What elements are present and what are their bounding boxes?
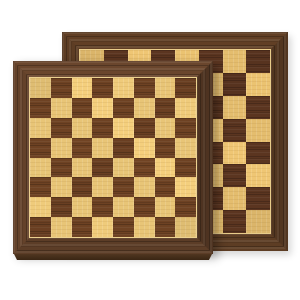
board-playfield <box>29 77 197 238</box>
square-c1 <box>72 217 93 237</box>
square-h2 <box>246 187 270 210</box>
square-g4 <box>155 158 176 178</box>
square-h5 <box>246 119 270 142</box>
square-g6 <box>223 96 247 119</box>
square-a8 <box>30 78 51 98</box>
board-frame <box>13 61 213 254</box>
square-c5 <box>72 138 93 158</box>
square-a7 <box>30 98 51 118</box>
square-a5 <box>30 138 51 158</box>
square-b6 <box>51 118 72 138</box>
square-h5 <box>175 138 196 158</box>
square-d6 <box>92 118 113 138</box>
frame-top <box>62 32 288 50</box>
square-h3 <box>246 164 270 187</box>
square-h8 <box>175 78 196 98</box>
square-e6 <box>113 118 134 138</box>
square-b2 <box>51 197 72 217</box>
square-d5 <box>92 138 113 158</box>
square-b8 <box>51 78 72 98</box>
square-f5 <box>134 138 155 158</box>
square-g2 <box>155 197 176 217</box>
square-g7 <box>155 98 176 118</box>
square-e1 <box>113 217 134 237</box>
square-d3 <box>92 177 113 197</box>
frame-right <box>196 61 213 254</box>
square-h2 <box>175 197 196 217</box>
square-g3 <box>223 164 247 187</box>
square-d7 <box>92 98 113 118</box>
square-h8 <box>246 50 270 73</box>
square-a1 <box>30 217 51 237</box>
square-d8 <box>92 78 113 98</box>
square-d4 <box>92 158 113 178</box>
square-e5 <box>113 138 134 158</box>
square-f6 <box>134 118 155 138</box>
square-c8 <box>72 78 93 98</box>
square-g5 <box>155 138 176 158</box>
square-f8 <box>134 78 155 98</box>
square-f2 <box>134 197 155 217</box>
square-c3 <box>72 177 93 197</box>
square-e4 <box>113 158 134 178</box>
chessboard-grid <box>30 78 196 237</box>
square-c4 <box>72 158 93 178</box>
frame-right <box>270 32 288 251</box>
square-b1 <box>51 217 72 237</box>
square-h7 <box>175 98 196 118</box>
square-a6 <box>30 118 51 138</box>
square-g8 <box>155 78 176 98</box>
square-h1 <box>175 217 196 237</box>
square-c2 <box>72 197 93 217</box>
square-h7 <box>246 73 270 96</box>
square-e8 <box>113 78 134 98</box>
chessboard-small-front <box>13 61 213 261</box>
square-d1 <box>92 217 113 237</box>
square-f1 <box>134 217 155 237</box>
square-c7 <box>72 98 93 118</box>
square-h4 <box>246 142 270 165</box>
square-a4 <box>30 158 51 178</box>
board-side-edge <box>14 254 212 260</box>
square-g1 <box>155 217 176 237</box>
square-e3 <box>113 177 134 197</box>
square-g4 <box>223 142 247 165</box>
square-h4 <box>175 158 196 178</box>
square-e2 <box>113 197 134 217</box>
square-b7 <box>51 98 72 118</box>
square-c6 <box>72 118 93 138</box>
square-b4 <box>51 158 72 178</box>
square-b3 <box>51 177 72 197</box>
square-f3 <box>134 177 155 197</box>
square-f4 <box>134 158 155 178</box>
square-g8 <box>223 50 247 73</box>
frame-left <box>13 61 30 254</box>
square-h6 <box>246 96 270 119</box>
square-g7 <box>223 73 247 96</box>
square-d2 <box>92 197 113 217</box>
frame-top <box>13 61 213 78</box>
square-b5 <box>51 138 72 158</box>
square-e7 <box>113 98 134 118</box>
chessboards-product-photo <box>0 0 300 300</box>
frame-bottom <box>13 237 213 254</box>
square-g2 <box>223 187 247 210</box>
square-g5 <box>223 119 247 142</box>
square-g3 <box>155 177 176 197</box>
square-g6 <box>155 118 176 138</box>
square-h3 <box>175 177 196 197</box>
square-h6 <box>175 118 196 138</box>
square-h1 <box>246 210 270 233</box>
square-a2 <box>30 197 51 217</box>
square-g1 <box>223 210 247 233</box>
square-a3 <box>30 177 51 197</box>
square-f7 <box>134 98 155 118</box>
